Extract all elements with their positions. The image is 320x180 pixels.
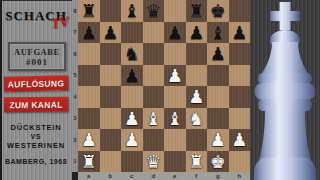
square-h5[interactable] (229, 65, 251, 87)
square-f5[interactable] (186, 65, 208, 87)
piece-white-king: ♚ (210, 151, 226, 173)
square-b1[interactable] (100, 151, 122, 173)
piece-black-bishop: ♝ (124, 0, 140, 22)
banner-zum-kanal: ZUM KANAL (4, 97, 68, 113)
square-e2[interactable] (164, 129, 186, 151)
file-label-h: h (229, 172, 251, 180)
player-white-name: DÜCKSTEIN (2, 123, 70, 132)
piece-white-pawn: ♟ (210, 129, 226, 151)
square-h6[interactable] (229, 43, 251, 65)
square-b6[interactable] (100, 43, 122, 65)
piece-white-pawn: ♟ (81, 129, 97, 151)
square-d4[interactable] (143, 86, 165, 108)
square-g6[interactable]: ♟ (207, 43, 229, 65)
file-label-g: g (207, 172, 229, 180)
piece-black-pawn: ♟ (231, 22, 247, 44)
square-e3[interactable]: ♝ (164, 108, 186, 130)
piece-white-pawn: ♟ (124, 108, 140, 130)
square-c7[interactable] (121, 22, 143, 44)
square-f7[interactable]: ♟ (186, 22, 208, 44)
piece-white-rook: ♜ (188, 151, 204, 173)
piece-white-rook: ♜ (81, 151, 97, 173)
square-d7[interactable] (143, 22, 165, 44)
square-f3[interactable]: ♞ (186, 108, 208, 130)
file-label-e: e (164, 172, 186, 180)
piece-black-pawn: ♟ (81, 22, 97, 44)
square-a2[interactable]: ♟ (78, 129, 100, 151)
piece-white-bishop: ♝ (167, 108, 183, 130)
square-d3[interactable]: ♝ (143, 108, 165, 130)
piece-black-queen: ♛ (145, 0, 161, 22)
square-d6[interactable] (143, 43, 165, 65)
square-f1[interactable]: ♜ (186, 151, 208, 173)
square-f2[interactable] (186, 129, 208, 151)
piece-black-pawn: ♟ (102, 22, 118, 44)
piece-black-pawn: ♟ (210, 43, 226, 65)
square-b7[interactable]: ♟ (100, 22, 122, 44)
file-label-a: a (78, 172, 100, 180)
square-c3[interactable]: ♟ (121, 108, 143, 130)
video-thumbnail: SCHACH TV AUFGABE #001 AUFLÖSUNG ZUM KAN… (0, 0, 320, 180)
square-e4[interactable] (164, 86, 186, 108)
square-g5[interactable] (207, 65, 229, 87)
square-h8[interactable] (229, 0, 251, 22)
event-label: BAMBERG, 1968 (2, 158, 70, 165)
square-f4[interactable]: ♟ (186, 86, 208, 108)
white-king-graphic (250, 0, 320, 180)
square-h3[interactable] (229, 108, 251, 130)
square-e7[interactable]: ♟ (164, 22, 186, 44)
square-e5[interactable]: ♟ (164, 65, 186, 87)
square-g8[interactable]: ♚ (207, 0, 229, 22)
board-column: ♜♝♛♜♚♟♟♟♟♝♟♞♟♟♟♟♟♝♝♞♟♟♟♟♜♛♜♚ abcdefgh (78, 0, 250, 180)
banner-aufloesung: AUFLÖSUNG (4, 75, 68, 91)
square-b3[interactable] (100, 108, 122, 130)
square-g4[interactable] (207, 86, 229, 108)
square-d5[interactable] (143, 65, 165, 87)
square-c5[interactable]: ♟ (121, 65, 143, 87)
square-e8[interactable] (164, 0, 186, 22)
square-a3[interactable] (78, 108, 100, 130)
square-h1[interactable] (229, 151, 251, 173)
chess-board: ♜♝♛♜♚♟♟♟♟♝♟♞♟♟♟♟♟♝♝♞♟♟♟♟♜♛♜♚ (78, 0, 250, 172)
square-e1[interactable] (164, 151, 186, 173)
square-a5[interactable] (78, 65, 100, 87)
square-b2[interactable] (100, 129, 122, 151)
square-b8[interactable] (100, 0, 122, 22)
piece-black-bishop: ♝ (210, 22, 226, 44)
square-a8[interactable]: ♜ (78, 0, 100, 22)
square-f8[interactable]: ♜ (186, 0, 208, 22)
square-b4[interactable] (100, 86, 122, 108)
square-d2[interactable] (143, 129, 165, 151)
piece-black-king: ♚ (210, 0, 226, 22)
square-a4[interactable] (78, 86, 100, 108)
player-black-name: WESTERINEN (2, 141, 70, 150)
square-f6[interactable] (186, 43, 208, 65)
square-g1[interactable]: ♚ (207, 151, 229, 173)
file-label-d: d (143, 172, 165, 180)
piece-white-pawn: ♟ (231, 129, 247, 151)
square-c8[interactable]: ♝ (121, 0, 143, 22)
square-d1[interactable]: ♛ (143, 151, 165, 173)
versus-label: VS (2, 133, 70, 140)
piece-black-pawn: ♟ (167, 22, 183, 44)
square-d8[interactable]: ♛ (143, 0, 165, 22)
piece-black-knight: ♞ (124, 43, 140, 65)
file-label-c: c (121, 172, 143, 180)
piece-black-rook: ♜ (81, 0, 97, 22)
task-label: AUFGABE (11, 47, 63, 57)
piece-white-queen: ♛ (145, 151, 161, 173)
piece-white-pawn: ♟ (167, 65, 183, 87)
square-g7[interactable]: ♝ (207, 22, 229, 44)
piece-white-knight: ♞ (188, 108, 204, 130)
task-plaque: AUFGABE #001 (8, 42, 66, 71)
square-h7[interactable]: ♟ (229, 22, 251, 44)
file-label-b: b (100, 172, 122, 180)
square-h4[interactable] (229, 86, 251, 108)
right-panel (250, 0, 320, 180)
piece-black-rook: ♜ (188, 0, 204, 22)
square-a1[interactable]: ♜ (78, 151, 100, 173)
piece-black-pawn: ♟ (188, 22, 204, 44)
sidebar: SCHACH TV AUFGABE #001 AUFLÖSUNG ZUM KAN… (0, 0, 72, 180)
task-number: #001 (11, 57, 63, 67)
square-e6[interactable] (164, 43, 186, 65)
brand-tv-accent: TV (50, 14, 70, 32)
square-c6[interactable]: ♞ (121, 43, 143, 65)
square-c1[interactable] (121, 151, 143, 173)
square-a7[interactable]: ♟ (78, 22, 100, 44)
square-a6[interactable] (78, 43, 100, 65)
king-cross-icon (270, 2, 300, 30)
square-g3[interactable] (207, 108, 229, 130)
square-g2[interactable]: ♟ (207, 129, 229, 151)
square-c2[interactable]: ♟ (121, 129, 143, 151)
square-c4[interactable] (121, 86, 143, 108)
file-labels: abcdefgh (78, 172, 250, 180)
piece-white-bishop: ♝ (145, 108, 161, 130)
piece-white-pawn: ♟ (188, 86, 204, 108)
piece-black-pawn: ♟ (124, 65, 140, 87)
file-label-f: f (186, 172, 208, 180)
square-b5[interactable] (100, 65, 122, 87)
piece-white-pawn: ♟ (124, 129, 140, 151)
square-h2[interactable]: ♟ (229, 129, 251, 151)
